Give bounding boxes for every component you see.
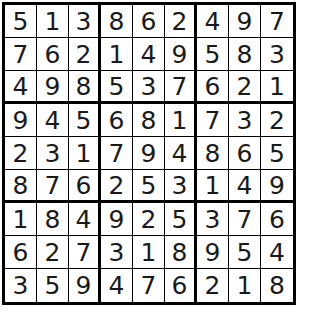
sudoku-cell-r6c8: 4 — [229, 170, 261, 203]
sudoku-cell-r5c1: 2 — [5, 137, 37, 170]
sudoku-cell-r3c2: 9 — [37, 71, 69, 104]
sudoku-cell-r6c2: 7 — [37, 170, 69, 203]
sudoku-cell-r7c1: 1 — [5, 203, 37, 236]
sudoku-cell-r2c6: 9 — [165, 38, 197, 71]
sudoku-cell-r9c5: 7 — [133, 269, 165, 302]
sudoku-cell-r2c5: 4 — [133, 38, 165, 71]
sudoku-cell-r9c7: 2 — [197, 269, 229, 302]
sudoku-cell-r8c5: 1 — [133, 236, 165, 269]
sudoku-cell-r2c1: 7 — [5, 38, 37, 71]
sudoku-cell-r7c4: 9 — [101, 203, 133, 236]
sudoku-cell-r1c5: 6 — [133, 5, 165, 38]
sudoku-cell-r4c2: 4 — [37, 104, 69, 137]
sudoku-cell-r2c3: 2 — [69, 38, 101, 71]
sudoku-cell-r5c2: 3 — [37, 137, 69, 170]
sudoku-cell-r6c4: 2 — [101, 170, 133, 203]
sudoku-cell-r4c4: 6 — [101, 104, 133, 137]
sudoku-cell-r8c6: 8 — [165, 236, 197, 269]
sudoku-cell-r2c4: 1 — [101, 38, 133, 71]
sudoku-cell-r1c9: 7 — [261, 5, 293, 38]
sudoku-cell-r3c1: 4 — [5, 71, 37, 104]
sudoku-cell-r6c3: 6 — [69, 170, 101, 203]
sudoku-cell-r9c6: 6 — [165, 269, 197, 302]
sudoku-cell-r5c9: 5 — [261, 137, 293, 170]
sudoku-cell-r6c7: 1 — [197, 170, 229, 203]
sudoku-cell-r7c8: 7 — [229, 203, 261, 236]
sudoku-cell-r9c3: 9 — [69, 269, 101, 302]
sudoku-cell-r7c6: 5 — [165, 203, 197, 236]
sudoku-cell-r4c7: 7 — [197, 104, 229, 137]
sudoku-cell-r4c1: 9 — [5, 104, 37, 137]
sudoku-cell-r3c3: 8 — [69, 71, 101, 104]
sudoku-cell-r8c7: 9 — [197, 236, 229, 269]
sudoku-cell-r2c8: 8 — [229, 38, 261, 71]
sudoku-cell-r3c7: 6 — [197, 71, 229, 104]
sudoku-cell-r7c3: 4 — [69, 203, 101, 236]
sudoku-cell-r4c8: 3 — [229, 104, 261, 137]
sudoku-cell-r5c5: 9 — [133, 137, 165, 170]
sudoku-cell-r9c2: 5 — [37, 269, 69, 302]
sudoku-cell-r2c7: 5 — [197, 38, 229, 71]
sudoku-cell-r8c1: 6 — [5, 236, 37, 269]
sudoku-cell-r1c4: 8 — [101, 5, 133, 38]
sudoku-cell-r3c8: 2 — [229, 71, 261, 104]
sudoku-cell-r5c7: 8 — [197, 137, 229, 170]
sudoku-board: 5138624977621495834985376219456817322317… — [2, 2, 296, 305]
sudoku-cell-r6c9: 9 — [261, 170, 293, 203]
sudoku-cell-r5c4: 7 — [101, 137, 133, 170]
sudoku-cell-r1c7: 4 — [197, 5, 229, 38]
sudoku-cell-r6c6: 3 — [165, 170, 197, 203]
sudoku-cell-r1c2: 1 — [37, 5, 69, 38]
sudoku-cell-r1c3: 3 — [69, 5, 101, 38]
sudoku-cell-r4c9: 2 — [261, 104, 293, 137]
sudoku-cell-r6c1: 8 — [5, 170, 37, 203]
page: 5138624977621495834985376219456817322317… — [0, 0, 312, 307]
sudoku-cell-r5c8: 6 — [229, 137, 261, 170]
sudoku-cell-r4c6: 1 — [165, 104, 197, 137]
sudoku-cell-r1c1: 5 — [5, 5, 37, 38]
sudoku-cell-r6c5: 5 — [133, 170, 165, 203]
sudoku-cell-r2c9: 3 — [261, 38, 293, 71]
sudoku-cell-r9c1: 3 — [5, 269, 37, 302]
sudoku-cell-r8c2: 2 — [37, 236, 69, 269]
sudoku-cell-r8c3: 7 — [69, 236, 101, 269]
sudoku-cell-r9c4: 4 — [101, 269, 133, 302]
sudoku-cell-r3c5: 3 — [133, 71, 165, 104]
sudoku-cell-r5c6: 4 — [165, 137, 197, 170]
sudoku-cell-r8c4: 3 — [101, 236, 133, 269]
sudoku-cell-r3c9: 1 — [261, 71, 293, 104]
sudoku-cell-r9c8: 1 — [229, 269, 261, 302]
sudoku-cell-r2c2: 6 — [37, 38, 69, 71]
sudoku-cell-r7c7: 3 — [197, 203, 229, 236]
sudoku-cell-r9c9: 8 — [261, 269, 293, 302]
sudoku-cell-r8c9: 4 — [261, 236, 293, 269]
sudoku-cell-r4c5: 8 — [133, 104, 165, 137]
sudoku-cell-r8c8: 5 — [229, 236, 261, 269]
sudoku-cell-r7c2: 8 — [37, 203, 69, 236]
sudoku-cell-r7c5: 2 — [133, 203, 165, 236]
sudoku-cell-r4c3: 5 — [69, 104, 101, 137]
sudoku-cell-r1c6: 2 — [165, 5, 197, 38]
sudoku-cell-r3c4: 5 — [101, 71, 133, 104]
sudoku-cell-r7c9: 6 — [261, 203, 293, 236]
sudoku-cell-r1c8: 9 — [229, 5, 261, 38]
sudoku-cell-r5c3: 1 — [69, 137, 101, 170]
sudoku-cell-r3c6: 7 — [165, 71, 197, 104]
